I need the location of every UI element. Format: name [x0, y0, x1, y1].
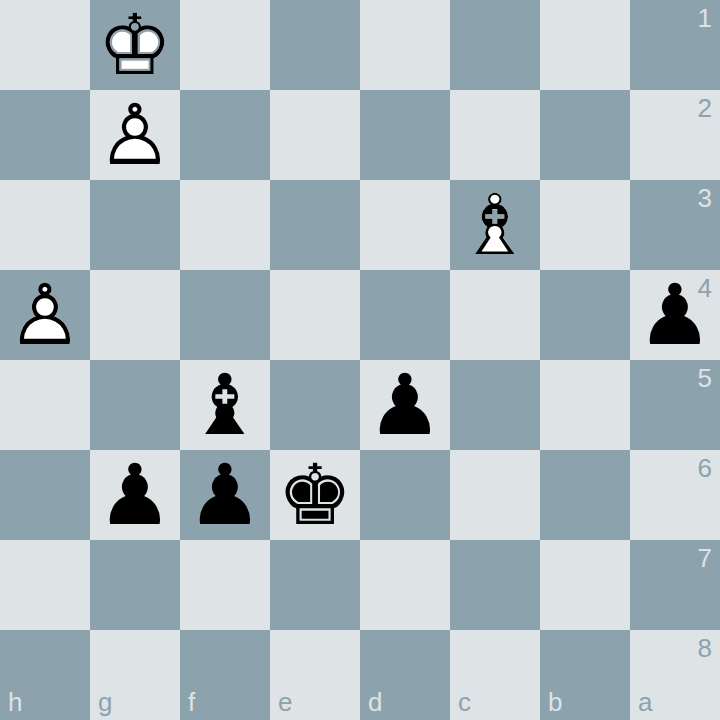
square-b8[interactable]: b	[540, 630, 630, 720]
piece-white-pawn[interactable]: ♟︎♙	[90, 90, 180, 180]
square-e7[interactable]	[270, 540, 360, 630]
coord-file-e: e	[278, 689, 292, 715]
square-e2[interactable]	[270, 90, 360, 180]
coord-rank-2: 2	[698, 95, 712, 121]
square-f8[interactable]: f	[180, 630, 270, 720]
piece-white-king[interactable]: ♚♔	[90, 0, 180, 90]
square-a3[interactable]: 3	[630, 180, 720, 270]
square-h2[interactable]	[0, 90, 90, 180]
pawn-fill-glyph: ♟︎	[0, 270, 90, 360]
king-outline-glyph: ♔	[90, 0, 180, 90]
square-b5[interactable]	[540, 360, 630, 450]
square-f7[interactable]	[180, 540, 270, 630]
square-d5[interactable]: ♟︎	[360, 360, 450, 450]
king-fill-glyph: ♚	[90, 0, 180, 90]
square-c4[interactable]	[450, 270, 540, 360]
square-c7[interactable]	[450, 540, 540, 630]
coord-file-f: f	[188, 689, 195, 715]
coord-rank-3: 3	[698, 185, 712, 211]
square-g1[interactable]: ♚♔	[90, 0, 180, 90]
square-d2[interactable]	[360, 90, 450, 180]
square-d6[interactable]	[360, 450, 450, 540]
square-d8[interactable]: d	[360, 630, 450, 720]
square-g2[interactable]: ♟︎♙	[90, 90, 180, 180]
pawn-fill-glyph: ♟︎	[90, 90, 180, 180]
square-d3[interactable]	[360, 180, 450, 270]
piece-black-king[interactable]: ♚	[270, 450, 360, 540]
bishop-outline-glyph: ♗	[450, 180, 540, 270]
coord-rank-7: 7	[698, 545, 712, 571]
square-a1[interactable]: 1	[630, 0, 720, 90]
square-e6[interactable]: ♚	[270, 450, 360, 540]
pawn-outline-glyph: ♙	[0, 270, 90, 360]
square-e1[interactable]	[270, 0, 360, 90]
pawn-fill-glyph: ♟︎	[180, 450, 270, 540]
square-c6[interactable]	[450, 450, 540, 540]
square-c8[interactable]: c	[450, 630, 540, 720]
piece-black-pawn[interactable]: ♟︎	[360, 360, 450, 450]
square-f5[interactable]: ♝	[180, 360, 270, 450]
square-c1[interactable]	[450, 0, 540, 90]
pawn-fill-glyph: ♟︎	[630, 270, 720, 360]
square-g8[interactable]: g	[90, 630, 180, 720]
square-h7[interactable]	[0, 540, 90, 630]
square-c2[interactable]	[450, 90, 540, 180]
square-f6[interactable]: ♟︎	[180, 450, 270, 540]
bishop-fill-glyph: ♝	[180, 360, 270, 450]
coord-rank-5: 5	[698, 365, 712, 391]
square-d4[interactable]	[360, 270, 450, 360]
coord-file-h: h	[8, 689, 22, 715]
square-h1[interactable]	[0, 0, 90, 90]
square-b7[interactable]	[540, 540, 630, 630]
square-b6[interactable]	[540, 450, 630, 540]
square-f2[interactable]	[180, 90, 270, 180]
square-f1[interactable]	[180, 0, 270, 90]
square-e8[interactable]: e	[270, 630, 360, 720]
coord-file-a: a	[638, 689, 652, 715]
square-b3[interactable]	[540, 180, 630, 270]
square-g3[interactable]	[90, 180, 180, 270]
square-h4[interactable]: ♟︎♙	[0, 270, 90, 360]
coord-file-b: b	[548, 689, 562, 715]
coord-file-d: d	[368, 689, 382, 715]
square-h6[interactable]	[0, 450, 90, 540]
square-g7[interactable]	[90, 540, 180, 630]
square-b1[interactable]	[540, 0, 630, 90]
square-b2[interactable]	[540, 90, 630, 180]
square-f3[interactable]	[180, 180, 270, 270]
piece-black-pawn[interactable]: ♟︎	[630, 270, 720, 360]
square-e5[interactable]	[270, 360, 360, 450]
square-g5[interactable]	[90, 360, 180, 450]
piece-black-bishop[interactable]: ♝	[180, 360, 270, 450]
square-e4[interactable]	[270, 270, 360, 360]
square-d7[interactable]	[360, 540, 450, 630]
coord-file-g: g	[98, 689, 112, 715]
piece-white-pawn[interactable]: ♟︎♙	[0, 270, 90, 360]
pawn-fill-glyph: ♟︎	[90, 450, 180, 540]
coord-rank-6: 6	[698, 455, 712, 481]
square-d1[interactable]	[360, 0, 450, 90]
coord-file-c: c	[458, 689, 471, 715]
square-a6[interactable]: 6	[630, 450, 720, 540]
chess-board: ♚♔1♟︎♙2♝♗3♟︎♙4♟︎♝♟︎5♟︎♟︎♚67hgfedcb8a	[0, 0, 720, 720]
square-g6[interactable]: ♟︎	[90, 450, 180, 540]
square-f4[interactable]	[180, 270, 270, 360]
bishop-fill-glyph: ♝	[450, 180, 540, 270]
square-c3[interactable]: ♝♗	[450, 180, 540, 270]
square-h5[interactable]	[0, 360, 90, 450]
piece-black-pawn[interactable]: ♟︎	[180, 450, 270, 540]
square-h3[interactable]	[0, 180, 90, 270]
coord-rank-8: 8	[698, 635, 712, 661]
pawn-fill-glyph: ♟︎	[360, 360, 450, 450]
piece-white-bishop[interactable]: ♝♗	[450, 180, 540, 270]
square-a4[interactable]: 4♟︎	[630, 270, 720, 360]
square-h8[interactable]: h	[0, 630, 90, 720]
square-e3[interactable]	[270, 180, 360, 270]
square-a7[interactable]: 7	[630, 540, 720, 630]
square-a8[interactable]: 8a	[630, 630, 720, 720]
coord-rank-1: 1	[698, 5, 712, 31]
square-a2[interactable]: 2	[630, 90, 720, 180]
pawn-outline-glyph: ♙	[90, 90, 180, 180]
king-fill-glyph: ♚	[270, 450, 360, 540]
square-b4[interactable]	[540, 270, 630, 360]
square-a5[interactable]: 5	[630, 360, 720, 450]
square-c5[interactable]	[450, 360, 540, 450]
square-g4[interactable]	[90, 270, 180, 360]
piece-black-pawn[interactable]: ♟︎	[90, 450, 180, 540]
